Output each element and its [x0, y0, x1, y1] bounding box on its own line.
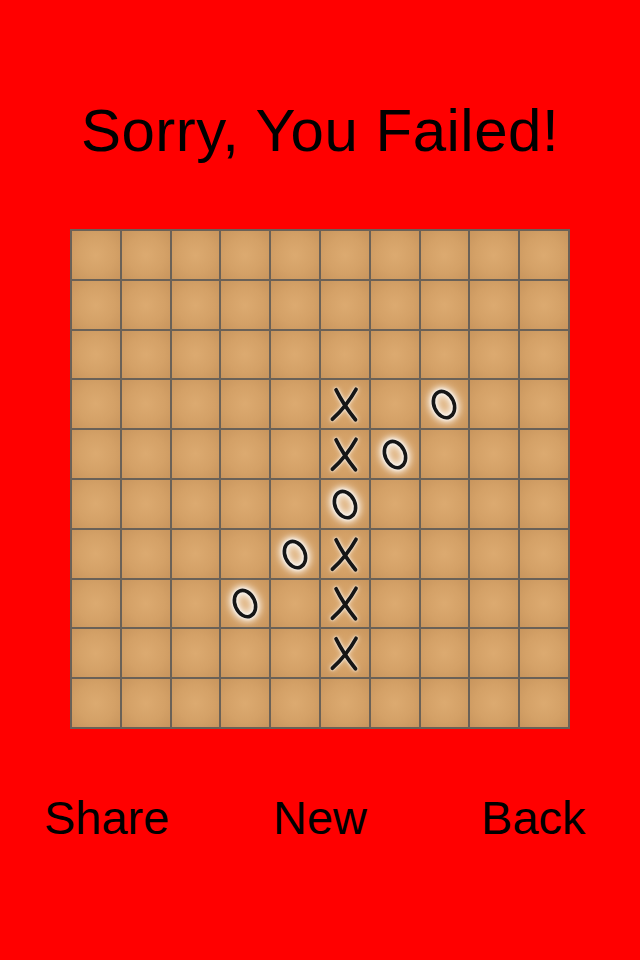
board-cell-r7c6[interactable]: [371, 580, 419, 628]
board-cell-r2c4[interactable]: [271, 331, 319, 379]
board-cell-r3c9[interactable]: [520, 380, 568, 428]
board-cell-r7c0[interactable]: [72, 580, 120, 628]
board-cell-r2c6[interactable]: [371, 331, 419, 379]
board-cell-r8c1[interactable]: [122, 629, 170, 677]
footer-bar: Share New Back: [0, 786, 640, 850]
board-cell-r9c7[interactable]: [421, 679, 469, 727]
board-cell-r4c9[interactable]: [520, 430, 568, 478]
board-cell-r3c1[interactable]: [122, 380, 170, 428]
board-cell-r7c4[interactable]: [271, 580, 319, 628]
board-cell-r5c1[interactable]: [122, 480, 170, 528]
result-title: Sorry, You Failed!: [0, 96, 640, 166]
board-cell-r9c8[interactable]: [470, 679, 518, 727]
board-cell-r7c7[interactable]: [421, 580, 469, 628]
board-cell-r5c6[interactable]: [371, 480, 419, 528]
board-cell-r8c3[interactable]: [221, 629, 269, 677]
board-cell-r7c2[interactable]: [172, 580, 220, 628]
board-cell-r6c7[interactable]: [421, 530, 469, 578]
board-cell-r8c0[interactable]: [72, 629, 120, 677]
board-cell-r2c2[interactable]: [172, 331, 220, 379]
board-cell-r4c2[interactable]: [172, 430, 220, 478]
board-cell-r3c7[interactable]: [421, 380, 469, 428]
game-board: [70, 229, 570, 729]
piece-x-icon: [324, 533, 366, 575]
board-cell-r3c4[interactable]: [271, 380, 319, 428]
board-cell-r0c6[interactable]: [371, 231, 419, 279]
board-cell-r0c0[interactable]: [72, 231, 120, 279]
board-cell-r6c1[interactable]: [122, 530, 170, 578]
board-cell-r8c2[interactable]: [172, 629, 220, 677]
board-cell-r2c1[interactable]: [122, 331, 170, 379]
board-cell-r9c5[interactable]: [321, 679, 369, 727]
board-cell-r5c3[interactable]: [221, 480, 269, 528]
piece-o-icon: [324, 483, 366, 525]
board-cell-r8c6[interactable]: [371, 629, 419, 677]
board-cell-r3c8[interactable]: [470, 380, 518, 428]
board-cell-r1c5[interactable]: [321, 281, 369, 329]
board-cell-r4c6[interactable]: [371, 430, 419, 478]
board-cell-r2c7[interactable]: [421, 331, 469, 379]
piece-o-icon: [423, 383, 465, 425]
board-cell-r9c9[interactable]: [520, 679, 568, 727]
board-cell-r0c8[interactable]: [470, 231, 518, 279]
board-cell-r6c6[interactable]: [371, 530, 419, 578]
board-cell-r6c2[interactable]: [172, 530, 220, 578]
board-cell-r7c9[interactable]: [520, 580, 568, 628]
back-button[interactable]: Back: [427, 786, 640, 850]
piece-o-icon: [274, 533, 316, 575]
board-cell-r6c4[interactable]: [271, 530, 319, 578]
board-cell-r1c0[interactable]: [72, 281, 120, 329]
board-cell-r0c1[interactable]: [122, 231, 170, 279]
board-cell-r3c3[interactable]: [221, 380, 269, 428]
board-cell-r3c2[interactable]: [172, 380, 220, 428]
board-cell-r1c8[interactable]: [470, 281, 518, 329]
board-cell-r0c2[interactable]: [172, 231, 220, 279]
board-cell-r6c8[interactable]: [470, 530, 518, 578]
board-cell-r1c7[interactable]: [421, 281, 469, 329]
board-cell-r6c5[interactable]: [321, 530, 369, 578]
board-cell-r9c2[interactable]: [172, 679, 220, 727]
board-cell-r3c5[interactable]: [321, 380, 369, 428]
board-cell-r6c3[interactable]: [221, 530, 269, 578]
board-cell-r1c1[interactable]: [122, 281, 170, 329]
board-cell-r8c9[interactable]: [520, 629, 568, 677]
board-cell-r2c8[interactable]: [470, 331, 518, 379]
piece-x-icon: [324, 383, 366, 425]
board-cell-r8c7[interactable]: [421, 629, 469, 677]
board-cell-r6c0[interactable]: [72, 530, 120, 578]
board-cell-r6c9[interactable]: [520, 530, 568, 578]
board-cell-r7c8[interactable]: [470, 580, 518, 628]
board-cell-r3c0[interactable]: [72, 380, 120, 428]
piece-o-icon: [224, 582, 266, 624]
board-cell-r8c8[interactable]: [470, 629, 518, 677]
board-cell-r9c6[interactable]: [371, 679, 419, 727]
board-cell-r5c5[interactable]: [321, 480, 369, 528]
piece-x-icon: [324, 582, 366, 624]
board-cell-r2c5[interactable]: [321, 331, 369, 379]
board-cell-r7c1[interactable]: [122, 580, 170, 628]
board-cell-r4c3[interactable]: [221, 430, 269, 478]
piece-x-icon: [324, 632, 366, 674]
board-cell-r5c0[interactable]: [72, 480, 120, 528]
board-cell-r0c3[interactable]: [221, 231, 269, 279]
board-cell-r4c8[interactable]: [470, 430, 518, 478]
board-cell-r8c5[interactable]: [321, 629, 369, 677]
board-cell-r5c8[interactable]: [470, 480, 518, 528]
board-cell-r4c4[interactable]: [271, 430, 319, 478]
share-button[interactable]: Share: [0, 786, 213, 850]
board-cell-r8c4[interactable]: [271, 629, 319, 677]
board-cell-r4c7[interactable]: [421, 430, 469, 478]
board-cell-r1c2[interactable]: [172, 281, 220, 329]
board-cell-r2c9[interactable]: [520, 331, 568, 379]
board-cell-r1c4[interactable]: [271, 281, 319, 329]
new-button[interactable]: New: [213, 786, 426, 850]
board-cell-r5c2[interactable]: [172, 480, 220, 528]
board-cell-r1c3[interactable]: [221, 281, 269, 329]
board-cell-r4c1[interactable]: [122, 430, 170, 478]
board-cell-r5c7[interactable]: [421, 480, 469, 528]
board-cell-r9c4[interactable]: [271, 679, 319, 727]
board-cell-r7c3[interactable]: [221, 580, 269, 628]
board-cell-r5c4[interactable]: [271, 480, 319, 528]
board-cell-r1c9[interactable]: [520, 281, 568, 329]
piece-o-icon: [374, 433, 416, 475]
piece-x-icon: [324, 433, 366, 475]
board-cell-r7c5[interactable]: [321, 580, 369, 628]
board-cell-r0c7[interactable]: [421, 231, 469, 279]
board-cell-r9c3[interactable]: [221, 679, 269, 727]
board-cell-r2c0[interactable]: [72, 331, 120, 379]
board-cell-r5c9[interactable]: [520, 480, 568, 528]
board-cell-r4c5[interactable]: [321, 430, 369, 478]
board-cell-r2c3[interactable]: [221, 331, 269, 379]
board-cell-r1c6[interactable]: [371, 281, 419, 329]
app-screen: Sorry, You Failed! Share New Back: [0, 0, 640, 960]
board-cell-r3c6[interactable]: [371, 380, 419, 428]
board-cell-r9c1[interactable]: [122, 679, 170, 727]
board-cell-r4c0[interactable]: [72, 430, 120, 478]
board-cell-r0c5[interactable]: [321, 231, 369, 279]
board-cell-r9c0[interactable]: [72, 679, 120, 727]
board-cell-r0c9[interactable]: [520, 231, 568, 279]
board-cell-r0c4[interactable]: [271, 231, 319, 279]
